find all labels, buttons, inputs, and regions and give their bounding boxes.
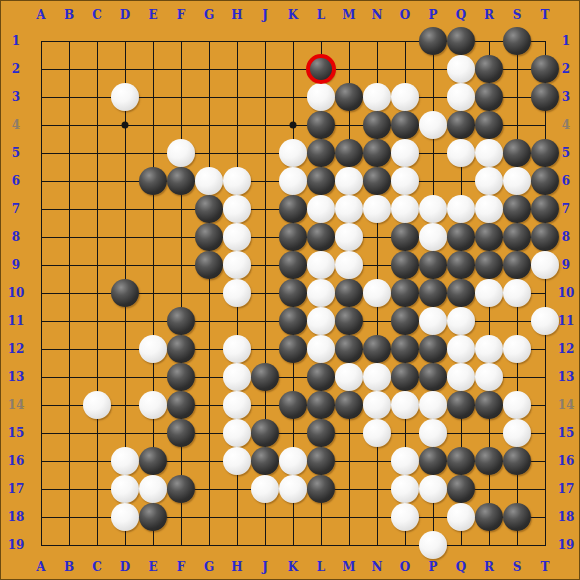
col-label-bottom-M: M: [342, 561, 355, 573]
black-stone-Q9[interactable]: [447, 251, 475, 279]
black-stone-M3[interactable]: [335, 83, 363, 111]
col-label-top-D: D: [120, 9, 130, 21]
col-label-bottom-A: A: [36, 561, 45, 573]
black-stone-S16[interactable]: [503, 447, 531, 475]
white-stone-R12[interactable]: [475, 335, 503, 363]
black-stone-O9[interactable]: [391, 251, 419, 279]
row-label-right-14: 14: [558, 399, 575, 411]
black-stone-E6[interactable]: [139, 167, 167, 195]
row-label-right-10: 10: [558, 287, 575, 299]
col-label-bottom-O: O: [400, 561, 410, 573]
col-label-bottom-R: R: [484, 561, 494, 573]
white-stone-O7[interactable]: [391, 195, 419, 223]
black-stone-D10[interactable]: [111, 279, 139, 307]
white-stone-E17[interactable]: [139, 475, 167, 503]
white-stone-H9[interactable]: [223, 251, 251, 279]
black-stone-T6[interactable]: [531, 167, 559, 195]
black-stone-J13[interactable]: [251, 363, 279, 391]
row-label-right-19: 19: [558, 539, 575, 551]
col-label-top-K: K: [288, 9, 298, 21]
white-stone-K17[interactable]: [279, 475, 307, 503]
white-stone-S6[interactable]: [503, 167, 531, 195]
row-label-right-17: 17: [558, 483, 575, 495]
black-stone-K9[interactable]: [279, 251, 307, 279]
white-stone-S14[interactable]: [503, 391, 531, 419]
black-stone-L16[interactable]: [307, 447, 335, 475]
black-stone-G9[interactable]: [195, 251, 223, 279]
col-label-bottom-C: C: [92, 561, 102, 573]
white-stone-Q18[interactable]: [447, 503, 475, 531]
black-stone-M14[interactable]: [335, 391, 363, 419]
row-label-left-6: 6: [12, 175, 20, 187]
black-stone-L8[interactable]: [307, 223, 335, 251]
white-stone-R5[interactable]: [475, 139, 503, 167]
col-label-bottom-G: G: [204, 561, 214, 573]
white-stone-N13[interactable]: [363, 363, 391, 391]
white-stone-O6[interactable]: [391, 167, 419, 195]
black-stone-L13[interactable]: [307, 363, 335, 391]
row-label-left-5: 5: [12, 147, 20, 159]
col-label-bottom-S: S: [513, 561, 522, 573]
row-label-right-5: 5: [562, 147, 570, 159]
black-stone-R2[interactable]: [475, 55, 503, 83]
black-stone-M11[interactable]: [335, 307, 363, 335]
white-stone-D17[interactable]: [111, 475, 139, 503]
col-label-top-M: M: [342, 9, 355, 21]
black-stone-S1[interactable]: [503, 27, 531, 55]
black-stone-Q10[interactable]: [447, 279, 475, 307]
white-stone-S15[interactable]: [503, 419, 531, 447]
white-stone-H6[interactable]: [223, 167, 251, 195]
black-stone-L17[interactable]: [307, 475, 335, 503]
black-stone-G8[interactable]: [195, 223, 223, 251]
row-label-right-1: 1: [562, 35, 570, 47]
white-stone-M6[interactable]: [335, 167, 363, 195]
white-stone-R6[interactable]: [475, 167, 503, 195]
black-stone-T5[interactable]: [531, 139, 559, 167]
black-stone-L4[interactable]: [307, 111, 335, 139]
black-stone-K8[interactable]: [279, 223, 307, 251]
row-label-right-11: 11: [558, 315, 575, 327]
white-stone-R7[interactable]: [475, 195, 503, 223]
row-label-right-18: 18: [558, 511, 575, 523]
black-stone-T8[interactable]: [531, 223, 559, 251]
white-stone-R13[interactable]: [475, 363, 503, 391]
black-stone-F17[interactable]: [167, 475, 195, 503]
row-label-left-4: 4: [12, 119, 20, 131]
black-stone-M5[interactable]: [335, 139, 363, 167]
row-label-left-7: 7: [12, 203, 20, 215]
black-stone-T3[interactable]: [531, 83, 559, 111]
white-stone-P17[interactable]: [419, 475, 447, 503]
col-label-top-A: A: [36, 9, 45, 21]
black-stone-Q14[interactable]: [447, 391, 475, 419]
row-label-right-12: 12: [558, 343, 575, 355]
white-stone-S12[interactable]: [503, 335, 531, 363]
black-stone-L15[interactable]: [307, 419, 335, 447]
black-stone-Q8[interactable]: [447, 223, 475, 251]
white-stone-H15[interactable]: [223, 419, 251, 447]
row-label-right-9: 9: [562, 259, 570, 271]
black-stone-O13[interactable]: [391, 363, 419, 391]
row-label-right-7: 7: [562, 203, 570, 215]
white-stone-K5[interactable]: [279, 139, 307, 167]
white-stone-E12[interactable]: [139, 335, 167, 363]
white-stone-Q13[interactable]: [447, 363, 475, 391]
black-stone-O11[interactable]: [391, 307, 419, 335]
col-label-bottom-D: D: [120, 561, 130, 573]
black-stone-G7[interactable]: [195, 195, 223, 223]
white-stone-O18[interactable]: [391, 503, 419, 531]
white-stone-L9[interactable]: [307, 251, 335, 279]
white-stone-Q3[interactable]: [447, 83, 475, 111]
black-stone-J16[interactable]: [251, 447, 279, 475]
white-stone-P19[interactable]: [419, 531, 447, 559]
col-label-top-Q: Q: [456, 9, 466, 21]
white-stone-L3[interactable]: [307, 83, 335, 111]
white-stone-Q11[interactable]: [447, 307, 475, 335]
black-stone-E16[interactable]: [139, 447, 167, 475]
black-stone-O12[interactable]: [391, 335, 419, 363]
white-stone-N3[interactable]: [363, 83, 391, 111]
white-stone-N10[interactable]: [363, 279, 391, 307]
white-stone-C14[interactable]: [83, 391, 111, 419]
col-label-bottom-Q: Q: [456, 561, 466, 573]
row-label-right-16: 16: [558, 455, 575, 467]
black-stone-Q1[interactable]: [447, 27, 475, 55]
white-stone-E14[interactable]: [139, 391, 167, 419]
black-stone-S5[interactable]: [503, 139, 531, 167]
black-stone-N4[interactable]: [363, 111, 391, 139]
white-stone-R10[interactable]: [475, 279, 503, 307]
white-stone-P11[interactable]: [419, 307, 447, 335]
white-stone-P15[interactable]: [419, 419, 447, 447]
row-label-left-14: 14: [8, 399, 25, 411]
white-stone-M7[interactable]: [335, 195, 363, 223]
black-stone-K10[interactable]: [279, 279, 307, 307]
white-stone-H12[interactable]: [223, 335, 251, 363]
white-stone-D18[interactable]: [111, 503, 139, 531]
white-stone-Q2[interactable]: [447, 55, 475, 83]
black-stone-Q16[interactable]: [447, 447, 475, 475]
row-label-left-8: 8: [12, 231, 20, 243]
col-label-bottom-H: H: [231, 561, 242, 573]
col-label-top-S: S: [513, 9, 522, 21]
white-stone-P8[interactable]: [419, 223, 447, 251]
white-stone-P14[interactable]: [419, 391, 447, 419]
black-stone-K11[interactable]: [279, 307, 307, 335]
row-label-right-4: 4: [562, 119, 570, 131]
white-stone-D16[interactable]: [111, 447, 139, 475]
col-label-bottom-L: L: [317, 561, 325, 573]
col-label-bottom-K: K: [288, 561, 298, 573]
white-stone-D3[interactable]: [111, 83, 139, 111]
black-stone-F6[interactable]: [167, 167, 195, 195]
row-label-right-2: 2: [562, 63, 570, 75]
row-label-left-15: 15: [8, 427, 25, 439]
black-stone-P12[interactable]: [419, 335, 447, 363]
white-stone-Q12[interactable]: [447, 335, 475, 363]
row-label-left-1: 1: [12, 35, 20, 47]
go-board: AABBCCDDEEFFGGHHJJKKLLMMNNOOPPQQRRSSTT11…: [0, 0, 580, 580]
black-stone-Q17[interactable]: [447, 475, 475, 503]
white-stone-M8[interactable]: [335, 223, 363, 251]
white-stone-P7[interactable]: [419, 195, 447, 223]
black-stone-L14[interactable]: [307, 391, 335, 419]
black-stone-K14[interactable]: [279, 391, 307, 419]
col-label-bottom-N: N: [372, 561, 383, 573]
white-stone-O14[interactable]: [391, 391, 419, 419]
row-label-left-13: 13: [8, 371, 25, 383]
white-stone-H16[interactable]: [223, 447, 251, 475]
black-stone-P16[interactable]: [419, 447, 447, 475]
col-label-top-T: T: [541, 9, 550, 21]
white-stone-H7[interactable]: [223, 195, 251, 223]
black-stone-K7[interactable]: [279, 195, 307, 223]
row-label-left-3: 3: [12, 91, 20, 103]
black-stone-R3[interactable]: [475, 83, 503, 111]
black-stone-T2[interactable]: [531, 55, 559, 83]
black-stone-R9[interactable]: [475, 251, 503, 279]
col-label-bottom-T: T: [541, 561, 550, 573]
col-label-top-R: R: [484, 9, 494, 21]
white-stone-K16[interactable]: [279, 447, 307, 475]
black-stone-L6[interactable]: [307, 167, 335, 195]
col-label-top-N: N: [372, 9, 383, 21]
black-stone-M10[interactable]: [335, 279, 363, 307]
row-label-left-19: 19: [8, 539, 25, 551]
black-stone-M12[interactable]: [335, 335, 363, 363]
black-stone-P10[interactable]: [419, 279, 447, 307]
col-label-top-B: B: [64, 9, 74, 21]
black-stone-E18[interactable]: [139, 503, 167, 531]
white-stone-J17[interactable]: [251, 475, 279, 503]
black-stone-K12[interactable]: [279, 335, 307, 363]
black-stone-O8[interactable]: [391, 223, 419, 251]
black-stone-N5[interactable]: [363, 139, 391, 167]
black-stone-R8[interactable]: [475, 223, 503, 251]
row-label-left-18: 18: [8, 511, 25, 523]
white-stone-O17[interactable]: [391, 475, 419, 503]
star-point-D4: [122, 122, 129, 129]
col-label-bottom-E: E: [148, 561, 157, 573]
row-label-right-8: 8: [562, 231, 570, 243]
col-label-top-G: G: [204, 9, 214, 21]
white-stone-S10[interactable]: [503, 279, 531, 307]
white-stone-H8[interactable]: [223, 223, 251, 251]
white-stone-L10[interactable]: [307, 279, 335, 307]
row-label-right-15: 15: [558, 427, 575, 439]
white-stone-H10[interactable]: [223, 279, 251, 307]
white-stone-L11[interactable]: [307, 307, 335, 335]
black-stone-R14[interactable]: [475, 391, 503, 419]
col-label-bottom-J: J: [262, 561, 268, 573]
row-label-left-16: 16: [8, 455, 25, 467]
black-stone-F15[interactable]: [167, 419, 195, 447]
white-stone-L7[interactable]: [307, 195, 335, 223]
row-label-left-10: 10: [8, 287, 25, 299]
col-label-top-F: F: [177, 9, 186, 21]
white-stone-G6[interactable]: [195, 167, 223, 195]
black-stone-S9[interactable]: [503, 251, 531, 279]
black-stone-P1[interactable]: [419, 27, 447, 55]
black-stone-S8[interactable]: [503, 223, 531, 251]
col-label-top-C: C: [92, 9, 102, 21]
col-label-top-L: L: [317, 9, 325, 21]
row-label-left-2: 2: [12, 63, 20, 75]
white-stone-T9[interactable]: [531, 251, 559, 279]
black-stone-N6[interactable]: [363, 167, 391, 195]
black-stone-Q4[interactable]: [447, 111, 475, 139]
row-label-right-6: 6: [562, 175, 570, 187]
black-stone-R4[interactable]: [475, 111, 503, 139]
col-label-top-H: H: [231, 9, 242, 21]
black-stone-L5[interactable]: [307, 139, 335, 167]
white-stone-T11[interactable]: [531, 307, 559, 335]
white-stone-O3[interactable]: [391, 83, 419, 111]
white-stone-N14[interactable]: [363, 391, 391, 419]
col-label-bottom-B: B: [64, 561, 74, 573]
white-stone-O16[interactable]: [391, 447, 419, 475]
row-label-right-13: 13: [558, 371, 575, 383]
white-stone-H14[interactable]: [223, 391, 251, 419]
black-stone-R18[interactable]: [475, 503, 503, 531]
black-stone-F11[interactable]: [167, 307, 195, 335]
white-stone-M13[interactable]: [335, 363, 363, 391]
black-stone-N12[interactable]: [363, 335, 391, 363]
star-point-K4: [290, 122, 297, 129]
black-stone-T7[interactable]: [531, 195, 559, 223]
black-stone-P13[interactable]: [419, 363, 447, 391]
white-stone-N15[interactable]: [363, 419, 391, 447]
white-stone-L12[interactable]: [307, 335, 335, 363]
white-stone-O5[interactable]: [391, 139, 419, 167]
row-label-right-3: 3: [562, 91, 570, 103]
row-label-left-9: 9: [12, 259, 20, 271]
col-label-top-E: E: [148, 9, 157, 21]
white-stone-P4[interactable]: [419, 111, 447, 139]
black-stone-F14[interactable]: [167, 391, 195, 419]
col-label-top-P: P: [428, 9, 437, 21]
black-stone-F13[interactable]: [167, 363, 195, 391]
col-label-top-J: J: [262, 9, 268, 21]
white-stone-Q5[interactable]: [447, 139, 475, 167]
white-stone-F5[interactable]: [167, 139, 195, 167]
col-label-top-O: O: [400, 9, 410, 21]
last-move-marker: [306, 54, 336, 84]
white-stone-Q7[interactable]: [447, 195, 475, 223]
white-stone-H13[interactable]: [223, 363, 251, 391]
row-label-left-17: 17: [8, 483, 25, 495]
col-label-bottom-P: P: [428, 561, 437, 573]
black-stone-S7[interactable]: [503, 195, 531, 223]
black-stone-F12[interactable]: [167, 335, 195, 363]
black-stone-R16[interactable]: [475, 447, 503, 475]
row-label-left-12: 12: [8, 343, 25, 355]
col-label-bottom-F: F: [177, 561, 186, 573]
row-label-left-11: 11: [8, 315, 25, 327]
black-stone-O10[interactable]: [391, 279, 419, 307]
white-stone-M9[interactable]: [335, 251, 363, 279]
black-stone-O4[interactable]: [391, 111, 419, 139]
black-stone-S18[interactable]: [503, 503, 531, 531]
white-stone-N7[interactable]: [363, 195, 391, 223]
black-stone-P9[interactable]: [419, 251, 447, 279]
black-stone-J15[interactable]: [251, 419, 279, 447]
white-stone-K6[interactable]: [279, 167, 307, 195]
